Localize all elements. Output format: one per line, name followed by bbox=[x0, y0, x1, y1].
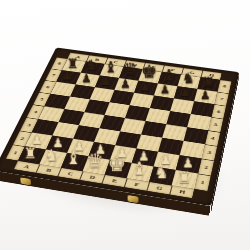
black-pawn: ♟ bbox=[120, 78, 130, 90]
photo-background: ABCDEFGH 87654321 ♜♞♝♛♚♝♞♜♟♟♟♟♟♟♟♟♟♟♟♟♟♟… bbox=[0, 0, 250, 250]
clasp-icon bbox=[128, 195, 139, 203]
file-label: F bbox=[162, 65, 183, 74]
white-rook: ♜ bbox=[177, 170, 191, 185]
board-square-h1: ♜ bbox=[172, 170, 198, 189]
chess-board: ABCDEFGH 87654321 ♜♞♝♛♚♝♞♜♟♟♟♟♟♟♟♟♟♟♟♟♟♟… bbox=[0, 48, 239, 207]
black-pawn: ♟ bbox=[100, 75, 110, 86]
black-pawn: ♟ bbox=[62, 70, 72, 81]
white-pawn: ♟ bbox=[138, 150, 149, 163]
black-pawn: ♟ bbox=[139, 81, 149, 93]
board-square-c4 bbox=[79, 112, 105, 128]
black-pawn: ♟ bbox=[159, 84, 169, 96]
white-pawn: ♟ bbox=[52, 137, 63, 150]
board-square-a5 bbox=[45, 94, 71, 109]
board-square-g1: ♞ bbox=[149, 167, 176, 186]
board-square-a8: ♜ bbox=[62, 59, 86, 73]
white-pawn: ♟ bbox=[160, 153, 172, 166]
white-pawn: ♟ bbox=[182, 157, 194, 170]
white-pawn: ♟ bbox=[73, 140, 84, 153]
black-pawn: ♟ bbox=[199, 89, 210, 101]
white-pawn: ♟ bbox=[31, 133, 42, 145]
board-corner bbox=[192, 189, 207, 200]
clasp-icon bbox=[20, 177, 31, 185]
board-square-f6 bbox=[150, 96, 174, 111]
white-pawn: ♟ bbox=[116, 147, 127, 160]
white-pawn: ♟ bbox=[94, 143, 105, 156]
black-pawn: ♟ bbox=[81, 73, 91, 84]
white-rook: ♜ bbox=[23, 146, 36, 161]
board-square-c2: ♟ bbox=[67, 139, 94, 157]
board-square-h7: ♟ bbox=[194, 89, 217, 104]
white-knight: ♞ bbox=[44, 148, 58, 164]
board-square-e5 bbox=[125, 105, 150, 121]
scene: ABCDEFGH 87654321 ♜♞♝♛♚♝♞♜♟♟♟♟♟♟♟♟♟♟♟♟♟♟… bbox=[0, 0, 250, 250]
black-pawn: ♟ bbox=[179, 86, 189, 98]
